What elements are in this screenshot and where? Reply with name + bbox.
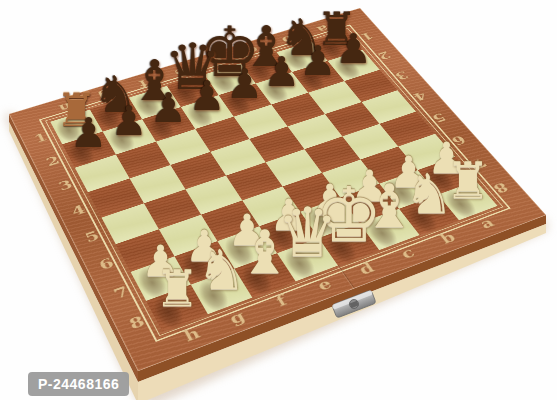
product-photo: aabbccddeeffgghh1122334455667788 ♜♞♝♚♛♝♞… xyxy=(0,0,557,400)
coord-file-d-se: d xyxy=(355,259,377,278)
coord-file-e-se: e xyxy=(314,275,335,294)
product-code-label: P-24468166 xyxy=(28,372,129,396)
coord-file-a-se: a xyxy=(476,214,498,231)
product-code-text: P-24468166 xyxy=(38,376,119,392)
coord-file-b-se: b xyxy=(436,229,458,247)
coord-file-h-se: h xyxy=(180,324,203,345)
coord-file-f-se: f xyxy=(273,292,290,310)
coord-file-c-se: c xyxy=(397,244,418,262)
coord-file-g-se: g xyxy=(226,307,248,327)
